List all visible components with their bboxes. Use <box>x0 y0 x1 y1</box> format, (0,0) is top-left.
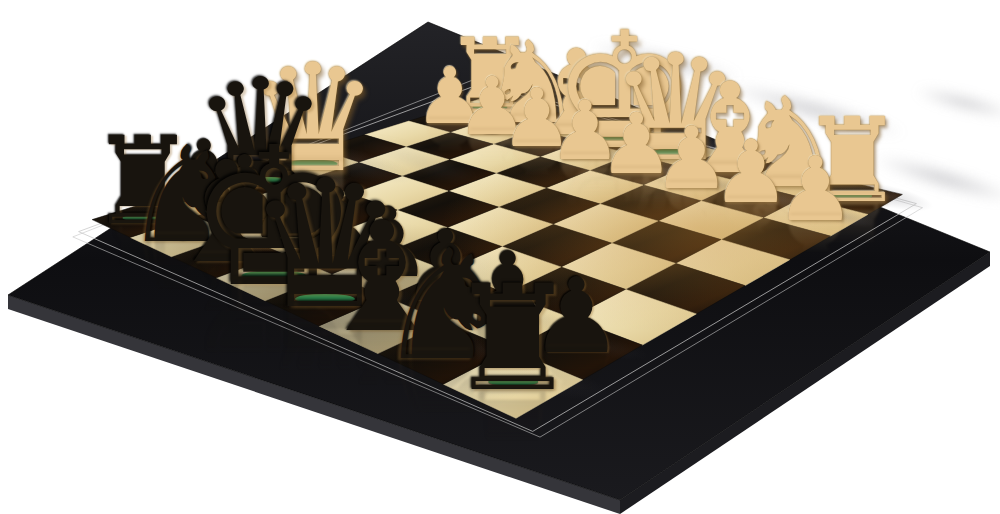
piece-reflection: ♜ <box>448 357 579 503</box>
piece-reflection: ♟ <box>775 201 855 290</box>
pieces-layer: ♜♜♞♞♝♝♛♛♚♚♝♝♞♞♜♜♟♟♟♟♟♟♟♟♟♟♟♟♟♟♟♟♛♛♜♜♞♞♝♝… <box>0 0 1000 514</box>
chess-set-product-photo: ♜♜♞♞♝♝♛♛♚♚♝♝♞♞♜♜♟♟♟♟♟♟♟♟♟♟♟♟♟♟♟♟♛♛♜♜♞♞♝♝… <box>0 0 1000 514</box>
